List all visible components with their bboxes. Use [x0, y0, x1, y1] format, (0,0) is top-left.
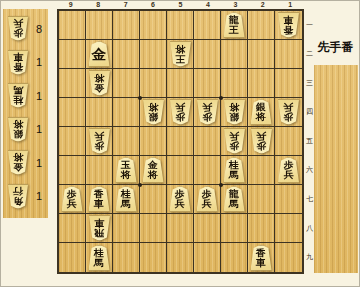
file-label: 8	[84, 1, 111, 9]
rank-label: 三	[305, 68, 314, 97]
square-4-5[interactable]	[194, 127, 221, 156]
piece-sente-8-9[interactable]: 桂馬	[88, 245, 111, 271]
rank-label: 一	[305, 10, 314, 39]
file-label: 5	[167, 1, 194, 9]
square-8-4[interactable]	[86, 98, 113, 127]
square-2-7[interactable]	[248, 185, 275, 214]
hand-piece-count: 1	[36, 90, 42, 102]
square-3-2[interactable]	[221, 40, 248, 69]
square-4-4[interactable]: 歩兵	[194, 98, 221, 127]
hand-piece-count: 1	[36, 56, 42, 68]
file-label: 9	[57, 1, 84, 9]
square-2-1[interactable]	[248, 11, 275, 40]
square-6-7[interactable]	[140, 185, 167, 214]
file-label: 4	[194, 1, 221, 9]
square-4-6[interactable]	[194, 156, 221, 185]
square-9-3[interactable]	[59, 69, 86, 98]
square-2-4[interactable]: 銀将	[248, 98, 275, 127]
square-7-9[interactable]	[113, 243, 140, 272]
rank-label: 七	[305, 184, 314, 213]
square-5-7[interactable]: 歩兵	[167, 185, 194, 214]
hand-piece-gote[interactable]: 角行	[7, 184, 29, 209]
piece-sente-3-6[interactable]: 桂馬	[223, 157, 246, 183]
piece-gote-4-4[interactable]: 歩兵	[196, 99, 219, 125]
square-8-1[interactable]	[86, 11, 113, 40]
square-9-4[interactable]	[59, 98, 86, 127]
square-1-6[interactable]: 歩兵	[275, 156, 302, 185]
sente-hand-tray	[314, 65, 358, 273]
rank-label: 五	[305, 126, 314, 155]
square-3-3[interactable]	[221, 69, 248, 98]
hand-piece-gote[interactable]: 銀将	[7, 117, 29, 142]
file-label: 6	[139, 1, 166, 9]
shogi-app: 歩兵8香車1桂馬1銀将1金将1角行1 987654321 龍王香車金王将金将銀将…	[0, 0, 360, 287]
piece-sente-8-7[interactable]: 香車	[88, 186, 111, 212]
square-6-5[interactable]	[140, 127, 167, 156]
piece-gote-1-4[interactable]: 歩兵	[277, 99, 300, 125]
square-5-8[interactable]	[167, 214, 194, 243]
gote-hand-tray: 歩兵8香車1桂馬1銀将1金将1角行1	[3, 9, 48, 218]
square-7-7[interactable]: 桂馬	[113, 185, 140, 214]
square-1-1[interactable]: 香車	[275, 11, 302, 40]
hand-piece-count: 1	[36, 123, 42, 135]
square-4-3[interactable]	[194, 69, 221, 98]
hand-piece-count: 8	[36, 23, 42, 35]
square-7-4[interactable]	[113, 98, 140, 127]
square-1-8[interactable]	[275, 214, 302, 243]
square-5-2[interactable]: 王将	[167, 40, 194, 69]
square-1-3[interactable]	[275, 69, 302, 98]
piece-sente-7-6[interactable]: 玉将	[115, 157, 138, 183]
piece-sente-2-4[interactable]: 銀将	[250, 99, 273, 125]
piece-gote-3-4[interactable]: 銀将	[223, 99, 246, 125]
piece-gote-5-4[interactable]: 歩兵	[169, 99, 192, 125]
gote-hand-item: 桂馬1	[3, 79, 48, 113]
piece-sente-2-9[interactable]: 香車	[250, 245, 273, 271]
square-3-7[interactable]: 龍馬	[221, 185, 248, 214]
gote-hand-item: 香車1	[3, 46, 48, 80]
star-point	[138, 96, 142, 100]
square-8-6[interactable]	[86, 156, 113, 185]
square-1-9[interactable]	[275, 243, 302, 272]
board-frame: 龍王香車金王将金将銀将歩兵歩兵銀将銀将歩兵歩兵歩兵歩兵玉将金将桂馬歩兵歩兵香車桂…	[57, 9, 304, 274]
square-6-6[interactable]: 金将	[140, 156, 167, 185]
square-2-5[interactable]: 歩兵	[248, 127, 275, 156]
square-5-6[interactable]	[167, 156, 194, 185]
square-2-9[interactable]: 香車	[248, 243, 275, 272]
piece-sente-6-6[interactable]: 金将	[142, 157, 165, 183]
square-2-3[interactable]	[248, 69, 275, 98]
square-9-9[interactable]	[59, 243, 86, 272]
square-7-2[interactable]	[113, 40, 140, 69]
piece-sente-4-7[interactable]: 歩兵	[196, 186, 219, 212]
hand-piece-gote[interactable]: 歩兵	[7, 16, 29, 41]
hand-piece-gote[interactable]: 桂馬	[7, 83, 29, 108]
square-6-1[interactable]	[140, 11, 167, 40]
square-9-8[interactable]	[59, 214, 86, 243]
star-point	[138, 183, 142, 187]
square-5-1[interactable]	[167, 11, 194, 40]
square-7-8[interactable]	[113, 214, 140, 243]
square-3-4[interactable]: 銀将	[221, 98, 248, 127]
file-label: 2	[249, 1, 276, 9]
file-label: 3	[222, 1, 249, 9]
square-4-9[interactable]	[194, 243, 221, 272]
piece-sente-7-7[interactable]: 桂馬	[115, 186, 138, 212]
square-8-7[interactable]: 香車	[86, 185, 113, 214]
square-8-8[interactable]: 飛車	[86, 214, 113, 243]
square-8-3[interactable]: 金将	[86, 69, 113, 98]
square-6-3[interactable]	[140, 69, 167, 98]
square-7-5[interactable]	[113, 127, 140, 156]
rank-label: 六	[305, 155, 314, 184]
gote-hand-item: 金将1	[3, 146, 48, 180]
piece-sente-8-2[interactable]: 金	[88, 41, 111, 67]
square-4-1[interactable]	[194, 11, 221, 40]
square-3-9[interactable]	[221, 243, 248, 272]
square-3-1[interactable]: 龍王	[221, 11, 248, 40]
piece-sente-3-1[interactable]: 龍王	[223, 12, 246, 38]
square-8-2[interactable]: 金	[86, 40, 113, 69]
square-3-5[interactable]: 歩兵	[221, 127, 248, 156]
square-9-7[interactable]: 歩兵	[59, 185, 86, 214]
square-7-6[interactable]: 玉将	[113, 156, 140, 185]
turn-indicator: 先手番	[312, 39, 359, 56]
rank-label: 九	[305, 242, 314, 271]
square-2-2[interactable]	[248, 40, 275, 69]
square-8-5[interactable]: 歩兵	[86, 127, 113, 156]
square-1-7[interactable]	[275, 185, 302, 214]
square-9-2[interactable]	[59, 40, 86, 69]
piece-sente-5-7[interactable]: 歩兵	[169, 186, 192, 212]
star-point	[219, 183, 223, 187]
square-5-9[interactable]	[167, 243, 194, 272]
piece-gote-8-3[interactable]: 金将	[88, 70, 111, 96]
rank-label: 八	[305, 213, 314, 242]
square-4-7[interactable]: 歩兵	[194, 185, 221, 214]
square-3-8[interactable]	[221, 214, 248, 243]
file-labels: 987654321	[57, 1, 304, 9]
gote-hand-item: 角行1	[3, 180, 48, 214]
piece-gote-8-8[interactable]: 飛車	[88, 215, 111, 241]
square-2-8[interactable]	[248, 214, 275, 243]
piece-gote-8-5[interactable]: 歩兵	[88, 128, 111, 154]
shogi-board: 龍王香車金王将金将銀将歩兵歩兵銀将銀将歩兵歩兵歩兵歩兵玉将金将桂馬歩兵歩兵香車桂…	[59, 11, 302, 272]
square-9-6[interactable]	[59, 156, 86, 185]
square-5-5[interactable]	[167, 127, 194, 156]
square-5-4[interactable]: 歩兵	[167, 98, 194, 127]
piece-sente-1-6[interactable]: 歩兵	[277, 157, 300, 183]
rank-label: 四	[305, 97, 314, 126]
piece-gote-6-4[interactable]: 銀将	[142, 99, 165, 125]
square-6-4[interactable]: 銀将	[140, 98, 167, 127]
gote-hand-item: 歩兵8	[3, 12, 48, 46]
square-4-8[interactable]	[194, 214, 221, 243]
hand-piece-count: 1	[36, 157, 42, 169]
hand-piece-count: 1	[36, 190, 42, 202]
square-3-6[interactable]: 桂馬	[221, 156, 248, 185]
hand-piece-gote[interactable]: 香車	[7, 50, 29, 75]
square-6-2[interactable]	[140, 40, 167, 69]
star-point	[219, 96, 223, 100]
square-6-9[interactable]	[140, 243, 167, 272]
square-9-1[interactable]	[59, 11, 86, 40]
square-7-3[interactable]	[113, 69, 140, 98]
file-label: 1	[277, 1, 304, 9]
square-1-4[interactable]: 歩兵	[275, 98, 302, 127]
square-9-5[interactable]	[59, 127, 86, 156]
piece-gote-5-2[interactable]: 王将	[169, 41, 192, 67]
square-1-5[interactable]	[275, 127, 302, 156]
piece-gote-2-5[interactable]: 歩兵	[250, 128, 273, 154]
piece-sente-3-7[interactable]: 龍馬	[223, 186, 246, 212]
square-7-1[interactable]	[113, 11, 140, 40]
gote-hand-item: 銀将1	[3, 113, 48, 147]
hand-piece-gote[interactable]: 金将	[7, 150, 29, 175]
square-6-8[interactable]	[140, 214, 167, 243]
square-1-2[interactable]	[275, 40, 302, 69]
square-5-3[interactable]	[167, 69, 194, 98]
square-4-2[interactable]	[194, 40, 221, 69]
square-8-9[interactable]: 桂馬	[86, 243, 113, 272]
piece-gote-1-1[interactable]: 香車	[277, 12, 300, 38]
square-2-6[interactable]	[248, 156, 275, 185]
piece-gote-3-5[interactable]: 歩兵	[223, 128, 246, 154]
file-label: 7	[112, 1, 139, 9]
piece-sente-9-7[interactable]: 歩兵	[61, 186, 84, 212]
